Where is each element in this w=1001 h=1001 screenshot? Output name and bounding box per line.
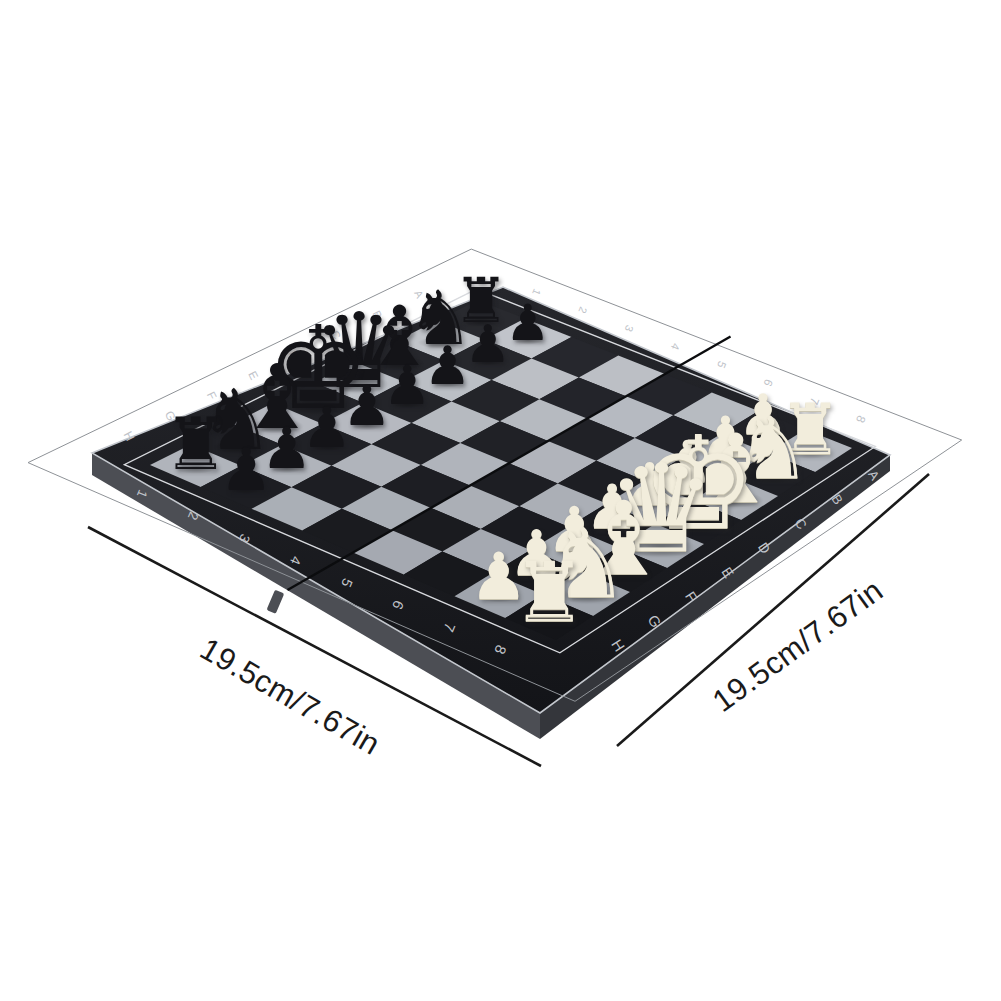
rank-label-far-3: 3 <box>623 323 636 333</box>
file-label-far-c: C <box>329 328 343 341</box>
chessboard: 1122334455667788AABBCCDDEEFFGGHH <box>0 0 1001 1001</box>
rank-label-far-6: 6 <box>761 378 775 388</box>
rank-label-far-2: 2 <box>576 305 589 315</box>
product-photo: 1122334455667788AABBCCDDEEFFGGHH ♜♞♝♛♚♝♞… <box>0 0 1001 1001</box>
file-label-far-f: F <box>205 389 220 401</box>
rank-label-far-1: 1 <box>530 287 543 297</box>
rank-label-far-8: 8 <box>853 413 869 425</box>
file-label-far-b: B <box>371 308 385 320</box>
file-label-far-a: A <box>412 288 426 300</box>
hinge-tab <box>266 590 284 614</box>
rank-label-far-4: 4 <box>669 341 682 351</box>
file-label-far-d: D <box>287 349 301 362</box>
rank-label-far-7: 7 <box>807 395 822 406</box>
rank-label-far-5: 5 <box>715 360 728 370</box>
file-label-far-e: E <box>246 369 260 382</box>
